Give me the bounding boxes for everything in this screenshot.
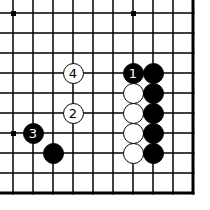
star-point-q10 [131,11,136,16]
white-stone-q6[interactable] [123,83,144,104]
black-stone-r5[interactable] [143,103,164,124]
move-number: 2 [69,107,77,120]
white-stone-n5[interactable]: 2 [63,103,84,124]
white-stone-q3[interactable] [123,143,144,164]
black-stone-q7[interactable]: 1 [123,63,144,84]
move-number: 1 [129,67,137,80]
white-stone-q5[interactable] [123,103,144,124]
black-stone-r6[interactable] [143,83,164,104]
black-stone-r3[interactable] [143,143,164,164]
board-intersections-grid: 4123 [3,3,203,203]
go-board-diagram: 4123 [0,0,210,210]
black-stone-m3[interactable] [43,143,64,164]
star-point-k10 [11,11,16,16]
move-number: 4 [69,67,77,80]
black-stone-r4[interactable] [143,123,164,144]
star-point-k4 [11,131,16,136]
move-number: 3 [29,127,37,140]
black-stone-l4[interactable]: 3 [23,123,44,144]
white-stone-n7[interactable]: 4 [63,63,84,84]
black-stone-r7[interactable] [143,63,164,84]
white-stone-q4[interactable] [123,123,144,144]
